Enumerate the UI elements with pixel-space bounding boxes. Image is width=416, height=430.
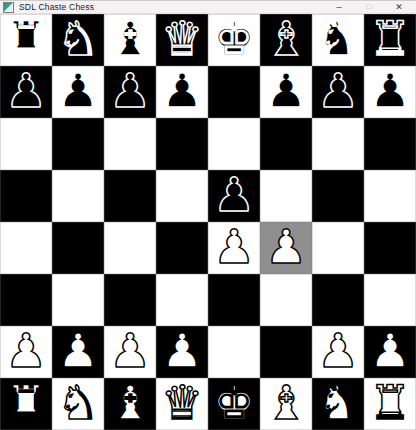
square-a7[interactable]: ♟	[0, 66, 52, 118]
square-g3[interactable]	[312, 274, 364, 326]
square-c7[interactable]: ♟	[104, 66, 156, 118]
square-h6[interactable]	[364, 118, 416, 170]
square-h1[interactable]: ♜	[364, 378, 416, 430]
square-b6[interactable]	[52, 118, 104, 170]
square-a1[interactable]: ♜	[0, 378, 52, 430]
square-a8[interactable]: ♜	[0, 14, 52, 66]
piece-white-pawn[interactable]: ♟	[265, 223, 307, 273]
square-e1[interactable]: ♚	[208, 378, 260, 430]
square-h8[interactable]: ♜	[364, 14, 416, 66]
square-g6[interactable]	[312, 118, 364, 170]
square-b4[interactable]	[52, 222, 104, 274]
piece-black-bishop[interactable]: ♝	[109, 15, 151, 65]
square-d1[interactable]: ♛	[156, 378, 208, 430]
piece-white-bishop[interactable]: ♝	[109, 379, 151, 429]
square-a2[interactable]: ♟	[0, 326, 52, 378]
square-g5[interactable]	[312, 170, 364, 222]
square-e7[interactable]	[208, 66, 260, 118]
piece-white-knight[interactable]: ♞	[57, 379, 99, 429]
square-c3[interactable]	[104, 274, 156, 326]
square-f6[interactable]	[260, 118, 312, 170]
square-c6[interactable]	[104, 118, 156, 170]
square-d5[interactable]	[156, 170, 208, 222]
square-c5[interactable]	[104, 170, 156, 222]
square-d4[interactable]	[156, 222, 208, 274]
square-b8[interactable]: ♞	[52, 14, 104, 66]
square-g7[interactable]: ♟	[312, 66, 364, 118]
square-g4[interactable]	[312, 222, 364, 274]
piece-white-knight[interactable]: ♞	[317, 379, 359, 429]
piece-white-pawn[interactable]: ♟	[161, 327, 203, 377]
piece-black-queen[interactable]: ♛	[161, 15, 203, 65]
square-e5[interactable]: ♟	[208, 170, 260, 222]
square-a5[interactable]	[0, 170, 52, 222]
square-b1[interactable]: ♞	[52, 378, 104, 430]
piece-black-pawn[interactable]: ♟	[57, 67, 99, 117]
square-f5[interactable]	[260, 170, 312, 222]
piece-white-pawn[interactable]: ♟	[5, 327, 47, 377]
square-f7[interactable]: ♟	[260, 66, 312, 118]
square-g2[interactable]: ♟	[312, 326, 364, 378]
piece-black-pawn[interactable]: ♟	[317, 67, 359, 117]
piece-black-rook[interactable]: ♜	[369, 15, 411, 65]
square-h7[interactable]: ♟	[364, 66, 416, 118]
piece-white-pawn[interactable]: ♟	[369, 327, 411, 377]
square-a6[interactable]	[0, 118, 52, 170]
piece-black-rook[interactable]: ♜	[5, 15, 47, 65]
piece-black-pawn[interactable]: ♟	[213, 171, 255, 221]
square-d6[interactable]	[156, 118, 208, 170]
piece-black-knight[interactable]: ♞	[57, 15, 99, 65]
square-e2[interactable]	[208, 326, 260, 378]
square-f8[interactable]: ♝	[260, 14, 312, 66]
app-window: SDL Chaste Chess – □ ✕ ♜♞♝♛♚♝♞♜♟♟♟♟♟♟♟♟♟…	[0, 0, 416, 430]
square-b2[interactable]: ♟	[52, 326, 104, 378]
square-h3[interactable]	[364, 274, 416, 326]
square-e4[interactable]: ♟	[208, 222, 260, 274]
square-c1[interactable]: ♝	[104, 378, 156, 430]
square-h2[interactable]: ♟	[364, 326, 416, 378]
piece-white-pawn[interactable]: ♟	[213, 223, 255, 273]
piece-white-rook[interactable]: ♜	[369, 379, 411, 429]
piece-white-pawn[interactable]: ♟	[57, 327, 99, 377]
square-b5[interactable]	[52, 170, 104, 222]
piece-white-queen[interactable]: ♛	[161, 379, 203, 429]
piece-white-king[interactable]: ♚	[213, 379, 255, 429]
square-c2[interactable]: ♟	[104, 326, 156, 378]
square-d2[interactable]: ♟	[156, 326, 208, 378]
chess-board: ♜♞♝♛♚♝♞♜♟♟♟♟♟♟♟♟♟♟♟♟♟♟♟♟♜♞♝♛♚♝♞♜	[0, 14, 416, 430]
piece-black-pawn[interactable]: ♟	[265, 67, 307, 117]
square-d7[interactable]: ♟	[156, 66, 208, 118]
piece-black-pawn[interactable]: ♟	[5, 67, 47, 117]
square-a3[interactable]	[0, 274, 52, 326]
square-f3[interactable]	[260, 274, 312, 326]
square-a4[interactable]	[0, 222, 52, 274]
piece-white-bishop[interactable]: ♝	[265, 379, 307, 429]
square-g8[interactable]: ♞	[312, 14, 364, 66]
piece-black-pawn[interactable]: ♟	[161, 67, 203, 117]
piece-black-pawn[interactable]: ♟	[109, 67, 151, 117]
square-e8[interactable]: ♚	[208, 14, 260, 66]
square-h5[interactable]	[364, 170, 416, 222]
piece-white-rook[interactable]: ♜	[5, 379, 47, 429]
piece-black-pawn[interactable]: ♟	[369, 67, 411, 117]
square-d8[interactable]: ♛	[156, 14, 208, 66]
piece-white-pawn[interactable]: ♟	[109, 327, 151, 377]
piece-black-bishop[interactable]: ♝	[265, 15, 307, 65]
square-b7[interactable]: ♟	[52, 66, 104, 118]
square-b3[interactable]	[52, 274, 104, 326]
square-c8[interactable]: ♝	[104, 14, 156, 66]
square-c4[interactable]	[104, 222, 156, 274]
square-e3[interactable]	[208, 274, 260, 326]
square-f2[interactable]	[260, 326, 312, 378]
square-d3[interactable]	[156, 274, 208, 326]
piece-black-knight[interactable]: ♞	[317, 15, 359, 65]
square-h4[interactable]	[364, 222, 416, 274]
square-f1[interactable]: ♝	[260, 378, 312, 430]
square-f4[interactable]: ♟	[260, 222, 312, 274]
piece-white-pawn[interactable]: ♟	[317, 327, 359, 377]
square-g1[interactable]: ♞	[312, 378, 364, 430]
square-e6[interactable]	[208, 118, 260, 170]
piece-black-king[interactable]: ♚	[213, 15, 255, 65]
